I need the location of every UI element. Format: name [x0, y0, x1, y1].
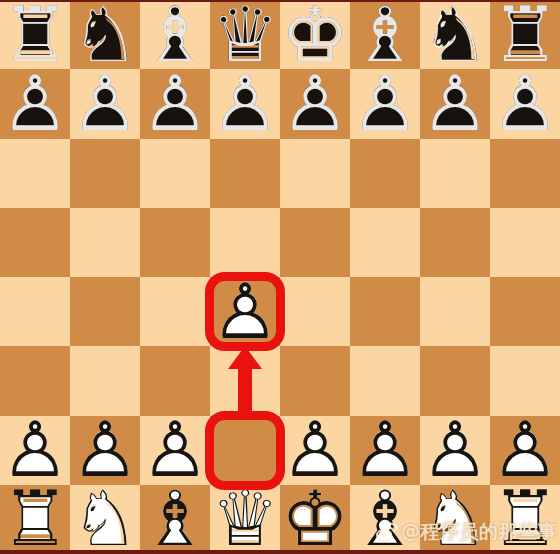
piece-black-pawn: ♟♙ — [420, 69, 490, 138]
piece-outline-glyph: ♗ — [350, 0, 420, 69]
piece-outline-glyph: ♗ — [140, 0, 210, 69]
piece-outline-glyph: ♔ — [280, 0, 350, 69]
piece-black-pawn: ♟♙ — [490, 69, 560, 138]
square-g2[interactable]: ♟♙ — [420, 416, 490, 485]
frame-strip-bottom — [0, 550, 560, 554]
square-g4[interactable] — [420, 277, 490, 346]
square-b2[interactable]: ♟♙ — [70, 416, 140, 485]
square-d6[interactable] — [210, 139, 280, 208]
square-a1[interactable]: ♜♖ — [0, 485, 70, 554]
piece-outline-glyph: ♙ — [70, 416, 140, 485]
piece-outline-glyph: ♙ — [140, 69, 210, 138]
square-b5[interactable] — [70, 208, 140, 277]
square-f2[interactable]: ♟♙ — [350, 416, 420, 485]
piece-white-queen: ♛♕ — [210, 485, 280, 554]
piece-outline-glyph: ♘ — [70, 485, 140, 554]
piece-white-pawn: ♟♙ — [210, 277, 280, 346]
square-f5[interactable] — [350, 208, 420, 277]
square-a5[interactable] — [0, 208, 70, 277]
square-h3[interactable] — [490, 346, 560, 415]
piece-outline-glyph: ♘ — [420, 0, 490, 69]
piece-white-king: ♚♔ — [280, 485, 350, 554]
square-a3[interactable] — [0, 346, 70, 415]
piece-outline-glyph: ♙ — [0, 69, 70, 138]
piece-black-pawn: ♟♙ — [350, 69, 420, 138]
square-e4[interactable] — [280, 277, 350, 346]
piece-black-bishop: ♝♗ — [140, 0, 210, 69]
piece-black-pawn: ♟♙ — [140, 69, 210, 138]
piece-outline-glyph: ♖ — [490, 0, 560, 69]
chess-board: ♜♖♞♘♝♗♛♕♚♔♝♗♞♘♜♖♟♙♟♙♟♙♟♙♟♙♟♙♟♙♟♙♟♙♟♙♟♙♟♙… — [0, 0, 560, 554]
square-a6[interactable] — [0, 139, 70, 208]
square-g7[interactable]: ♟♙ — [420, 69, 490, 138]
square-f4[interactable] — [350, 277, 420, 346]
piece-black-bishop: ♝♗ — [350, 0, 420, 69]
weibo-icon — [375, 522, 398, 543]
square-b1[interactable]: ♞♘ — [70, 485, 140, 554]
square-g6[interactable] — [420, 139, 490, 208]
piece-black-knight: ♞♘ — [70, 0, 140, 69]
piece-outline-glyph: ♘ — [70, 0, 140, 69]
frame-strip-top — [0, 0, 560, 2]
piece-white-pawn: ♟♙ — [490, 416, 560, 485]
piece-outline-glyph: ♙ — [490, 69, 560, 138]
square-e6[interactable] — [280, 139, 350, 208]
square-d7[interactable]: ♟♙ — [210, 69, 280, 138]
piece-black-pawn: ♟♙ — [70, 69, 140, 138]
square-b4[interactable] — [70, 277, 140, 346]
piece-outline-glyph: ♙ — [490, 416, 560, 485]
piece-white-pawn: ♟♙ — [140, 416, 210, 485]
piece-outline-glyph: ♙ — [280, 416, 350, 485]
square-e8[interactable]: ♚♔ — [280, 0, 350, 69]
piece-outline-glyph: ♙ — [140, 416, 210, 485]
watermark: @程序员的那些事 — [375, 519, 557, 545]
square-h5[interactable] — [490, 208, 560, 277]
square-d4[interactable]: ♟♙ — [210, 277, 280, 346]
square-f7[interactable]: ♟♙ — [350, 69, 420, 138]
square-c8[interactable]: ♝♗ — [140, 0, 210, 69]
chess-screenshot: ♜♖♞♘♝♗♛♕♚♔♝♗♞♘♜♖♟♙♟♙♟♙♟♙♟♙♟♙♟♙♟♙♟♙♟♙♟♙♟♙… — [0, 0, 560, 554]
square-a2[interactable]: ♟♙ — [0, 416, 70, 485]
square-c7[interactable]: ♟♙ — [140, 69, 210, 138]
square-f8[interactable]: ♝♗ — [350, 0, 420, 69]
piece-outline-glyph: ♙ — [350, 69, 420, 138]
piece-white-pawn: ♟♙ — [420, 416, 490, 485]
piece-outline-glyph: ♕ — [210, 485, 280, 554]
piece-outline-glyph: ♖ — [0, 485, 70, 554]
piece-white-pawn: ♟♙ — [280, 416, 350, 485]
square-h4[interactable] — [490, 277, 560, 346]
piece-white-pawn: ♟♙ — [70, 416, 140, 485]
square-a7[interactable]: ♟♙ — [0, 69, 70, 138]
piece-white-bishop: ♝♗ — [140, 485, 210, 554]
piece-outline-glyph: ♙ — [210, 69, 280, 138]
square-a8[interactable]: ♜♖ — [0, 0, 70, 69]
square-b6[interactable] — [70, 139, 140, 208]
piece-black-knight: ♞♘ — [420, 0, 490, 69]
piece-black-pawn: ♟♙ — [210, 69, 280, 138]
square-b8[interactable]: ♞♘ — [70, 0, 140, 69]
square-d8[interactable]: ♛♕ — [210, 0, 280, 69]
piece-white-pawn: ♟♙ — [0, 416, 70, 485]
square-c2[interactable]: ♟♙ — [140, 416, 210, 485]
square-c1[interactable]: ♝♗ — [140, 485, 210, 554]
piece-black-rook: ♜♖ — [0, 0, 70, 69]
piece-black-rook: ♜♖ — [490, 0, 560, 69]
piece-outline-glyph: ♙ — [420, 69, 490, 138]
piece-outline-glyph: ♗ — [140, 485, 210, 554]
square-a4[interactable] — [0, 277, 70, 346]
square-h6[interactable] — [490, 139, 560, 208]
square-e3[interactable] — [280, 346, 350, 415]
piece-outline-glyph: ♕ — [210, 0, 280, 69]
square-c3[interactable] — [140, 346, 210, 415]
square-c6[interactable] — [140, 139, 210, 208]
square-e1[interactable]: ♚♔ — [280, 485, 350, 554]
piece-outline-glyph: ♙ — [350, 416, 420, 485]
square-e2[interactable]: ♟♙ — [280, 416, 350, 485]
square-g3[interactable] — [420, 346, 490, 415]
square-d2[interactable] — [210, 416, 280, 485]
piece-outline-glyph: ♔ — [280, 485, 350, 554]
piece-white-rook: ♜♖ — [0, 485, 70, 554]
square-d5[interactable] — [210, 208, 280, 277]
square-e7[interactable]: ♟♙ — [280, 69, 350, 138]
piece-outline-glyph: ♙ — [420, 416, 490, 485]
watermark-text: @程序员的那些事 — [401, 519, 557, 545]
square-b3[interactable] — [70, 346, 140, 415]
piece-outline-glyph: ♙ — [0, 416, 70, 485]
square-h8[interactable]: ♜♖ — [490, 0, 560, 69]
square-h7[interactable]: ♟♙ — [490, 69, 560, 138]
piece-white-knight: ♞♘ — [70, 485, 140, 554]
square-c4[interactable] — [140, 277, 210, 346]
piece-black-queen: ♛♕ — [210, 0, 280, 69]
square-f6[interactable] — [350, 139, 420, 208]
square-e5[interactable] — [280, 208, 350, 277]
piece-outline-glyph: ♖ — [0, 0, 70, 69]
piece-outline-glyph: ♙ — [70, 69, 140, 138]
square-h2[interactable]: ♟♙ — [490, 416, 560, 485]
piece-black-pawn: ♟♙ — [0, 69, 70, 138]
square-d3[interactable] — [210, 346, 280, 415]
piece-black-king: ♚♔ — [280, 0, 350, 69]
piece-black-pawn: ♟♙ — [280, 69, 350, 138]
square-g8[interactable]: ♞♘ — [420, 0, 490, 69]
square-f3[interactable] — [350, 346, 420, 415]
square-d1[interactable]: ♛♕ — [210, 485, 280, 554]
square-c5[interactable] — [140, 208, 210, 277]
piece-outline-glyph: ♙ — [280, 69, 350, 138]
square-g5[interactable] — [420, 208, 490, 277]
piece-outline-glyph: ♙ — [210, 277, 280, 346]
square-b7[interactable]: ♟♙ — [70, 69, 140, 138]
piece-white-pawn: ♟♙ — [350, 416, 420, 485]
